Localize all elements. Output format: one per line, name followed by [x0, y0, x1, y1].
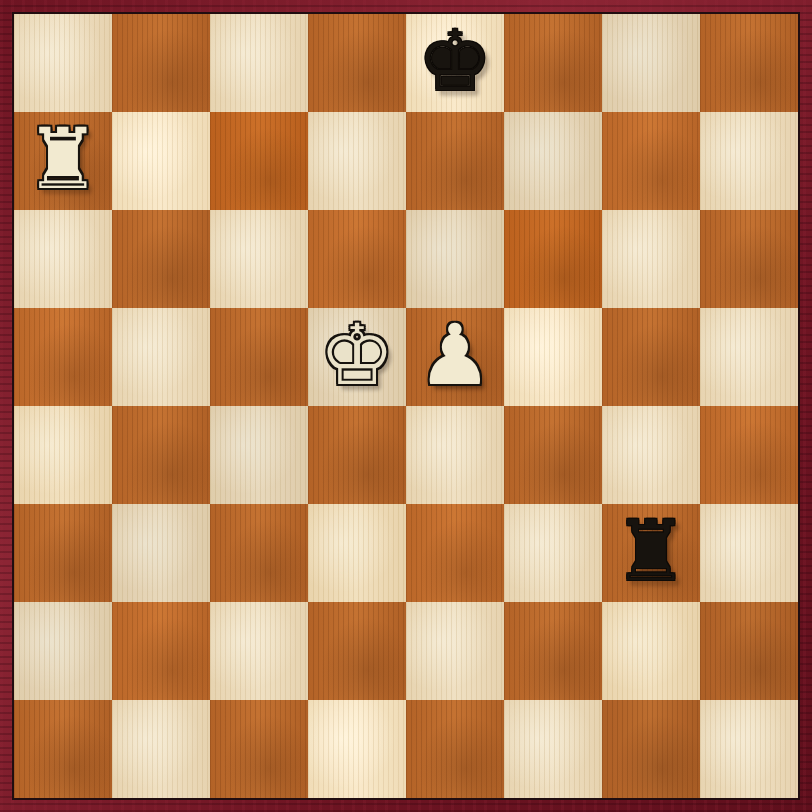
black-king[interactable]: ♚: [417, 19, 492, 103]
square-c1[interactable]: [210, 700, 308, 798]
square-g4[interactable]: [602, 406, 700, 504]
square-b7[interactable]: [112, 112, 210, 210]
square-h6[interactable]: [700, 210, 798, 308]
square-a7[interactable]: ♜: [14, 112, 112, 210]
square-e5[interactable]: ♟: [406, 308, 504, 406]
square-a8[interactable]: [14, 14, 112, 112]
square-h3[interactable]: [700, 504, 798, 602]
square-c8[interactable]: [210, 14, 308, 112]
square-g6[interactable]: [602, 210, 700, 308]
square-c4[interactable]: [210, 406, 308, 504]
square-g5[interactable]: [602, 308, 700, 406]
square-h2[interactable]: [700, 602, 798, 700]
square-b6[interactable]: [112, 210, 210, 308]
square-a1[interactable]: [14, 700, 112, 798]
square-e2[interactable]: [406, 602, 504, 700]
square-f6[interactable]: [504, 210, 602, 308]
square-h4[interactable]: [700, 406, 798, 504]
square-h5[interactable]: [700, 308, 798, 406]
square-e3[interactable]: [406, 504, 504, 602]
square-a4[interactable]: [14, 406, 112, 504]
square-a2[interactable]: [14, 602, 112, 700]
square-e1[interactable]: [406, 700, 504, 798]
square-h1[interactable]: [700, 700, 798, 798]
square-h8[interactable]: [700, 14, 798, 112]
square-d7[interactable]: [308, 112, 406, 210]
square-f3[interactable]: [504, 504, 602, 602]
square-a6[interactable]: [14, 210, 112, 308]
square-c5[interactable]: [210, 308, 308, 406]
square-f2[interactable]: [504, 602, 602, 700]
board-frame: ♚♜♚♟♜: [0, 0, 812, 812]
square-d4[interactable]: [308, 406, 406, 504]
chess-board: ♚♜♚♟♜: [12, 12, 800, 800]
square-f4[interactable]: [504, 406, 602, 504]
square-c2[interactable]: [210, 602, 308, 700]
square-d8[interactable]: [308, 14, 406, 112]
white-pawn[interactable]: ♟: [417, 313, 492, 397]
white-king[interactable]: ♚: [319, 313, 394, 397]
square-d2[interactable]: [308, 602, 406, 700]
white-rook[interactable]: ♜: [25, 117, 100, 201]
square-b8[interactable]: [112, 14, 210, 112]
square-a5[interactable]: [14, 308, 112, 406]
square-f5[interactable]: [504, 308, 602, 406]
square-e8[interactable]: ♚: [406, 14, 504, 112]
square-d6[interactable]: [308, 210, 406, 308]
square-b1[interactable]: [112, 700, 210, 798]
square-e7[interactable]: [406, 112, 504, 210]
square-h7[interactable]: [700, 112, 798, 210]
square-g2[interactable]: [602, 602, 700, 700]
square-f1[interactable]: [504, 700, 602, 798]
square-f8[interactable]: [504, 14, 602, 112]
square-e6[interactable]: [406, 210, 504, 308]
square-e4[interactable]: [406, 406, 504, 504]
square-a3[interactable]: [14, 504, 112, 602]
square-c6[interactable]: [210, 210, 308, 308]
square-b3[interactable]: [112, 504, 210, 602]
square-d1[interactable]: [308, 700, 406, 798]
square-g8[interactable]: [602, 14, 700, 112]
square-f7[interactable]: [504, 112, 602, 210]
square-c7[interactable]: [210, 112, 308, 210]
square-c3[interactable]: [210, 504, 308, 602]
square-g7[interactable]: [602, 112, 700, 210]
square-g3[interactable]: ♜: [602, 504, 700, 602]
square-b4[interactable]: [112, 406, 210, 504]
square-d3[interactable]: [308, 504, 406, 602]
square-g1[interactable]: [602, 700, 700, 798]
black-rook[interactable]: ♜: [613, 509, 688, 593]
square-d5[interactable]: ♚: [308, 308, 406, 406]
square-b5[interactable]: [112, 308, 210, 406]
square-b2[interactable]: [112, 602, 210, 700]
